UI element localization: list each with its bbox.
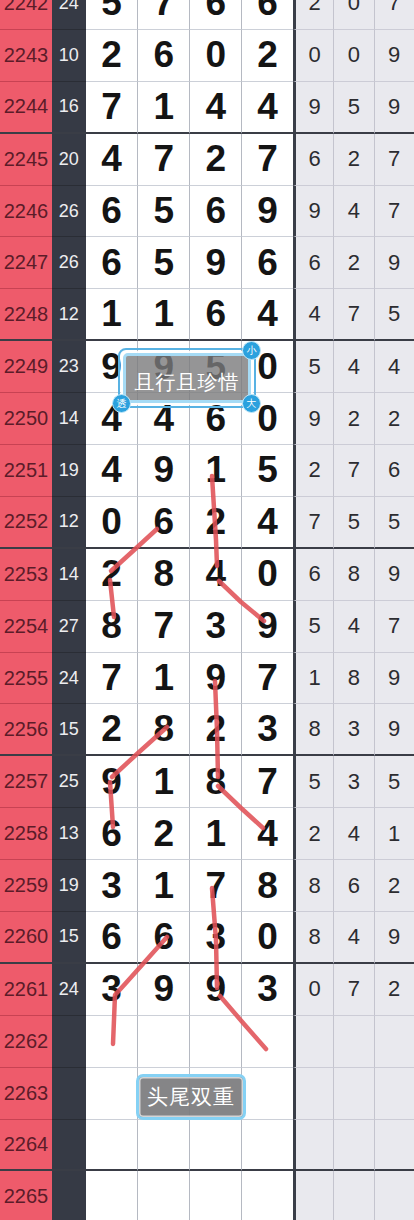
transparency-handle[interactable]: 透 (112, 394, 131, 413)
cell-2245-main-3[interactable]: 2 (189, 134, 241, 186)
cell-2254-sum: 27 (52, 601, 86, 653)
cell-2246-period: 2246 (0, 186, 52, 238)
cell-2242-sum: 24 (52, 0, 86, 30)
cell-2260-period: 2260 (0, 912, 52, 964)
cell-2252-main-1[interactable]: 0 (86, 497, 138, 549)
cell-2243-sum: 10 (52, 30, 86, 82)
cell-2251-right-2[interactable]: 7 (333, 445, 373, 497)
row-2245: 2245204727627 (0, 134, 414, 186)
cell-2245-right-3[interactable]: 7 (374, 134, 414, 186)
cell-2262-sum (52, 1016, 86, 1068)
cell-2260-main-1[interactable]: 6 (86, 912, 138, 964)
cell-2250-period: 2250 (0, 393, 52, 445)
cell-2254-right-2[interactable]: 4 (333, 601, 373, 653)
cell-2256-main-1[interactable]: 2 (86, 704, 138, 756)
cell-2248-period: 2248 (0, 289, 52, 341)
cell-2248-main-1[interactable]: 1 (86, 289, 138, 341)
cell-2243-right-3[interactable]: 9 (374, 30, 414, 82)
cell-2246-right-3[interactable]: 7 (374, 186, 414, 238)
cell-2265-right-1[interactable] (293, 1171, 333, 1220)
cell-2265-sum (52, 1171, 86, 1220)
cell-2253-right-2[interactable]: 8 (333, 549, 373, 601)
cell-2258-main-3[interactable]: 1 (189, 808, 241, 860)
lottery-trend-chart: 2242245766207224310260200922441671449592… (0, 0, 414, 1220)
trend-line-7[interactable] (110, 782, 113, 827)
cell-2254-main-3[interactable]: 3 (189, 601, 241, 653)
cell-2244-main-3[interactable]: 4 (189, 82, 241, 134)
cell-2252-period: 2252 (0, 497, 52, 549)
cell-2261-right-2[interactable]: 7 (333, 964, 373, 1016)
cell-2246-main-2[interactable]: 5 (137, 186, 189, 238)
cell-2243-main-1[interactable]: 2 (86, 30, 138, 82)
cell-2246-main-4[interactable]: 9 (241, 186, 293, 238)
cell-2242-period: 2242 (0, 0, 52, 30)
cell-2255-main-4[interactable]: 7 (241, 653, 293, 705)
cell-2254-period: 2254 (0, 601, 52, 653)
cell-2257-sum: 25 (52, 756, 86, 808)
cell-2243-main-3[interactable]: 0 (189, 30, 241, 82)
row-2254: 2254278739547 (0, 601, 414, 653)
cell-2243-period: 2243 (0, 30, 52, 82)
cell-2253-right-1[interactable]: 6 (293, 549, 333, 601)
cell-2257-main-4[interactable]: 7 (241, 756, 293, 808)
cell-2250-right-1[interactable]: 9 (293, 393, 333, 445)
cell-2253-period: 2253 (0, 549, 52, 601)
cell-2244-main-2[interactable]: 1 (137, 82, 189, 134)
row-2247: 2247266596629 (0, 237, 414, 289)
cell-2264-main-3[interactable] (189, 1120, 241, 1172)
cell-2252-right-1[interactable]: 7 (293, 497, 333, 549)
cell-2264-main-1[interactable] (86, 1120, 138, 1172)
cell-2261-main-2[interactable]: 9 (137, 964, 189, 1016)
cell-2263-main-4[interactable] (241, 1068, 293, 1120)
row-2264: 2264 (0, 1120, 414, 1172)
cell-2253-sum: 14 (52, 549, 86, 601)
cell-2244-main-1[interactable]: 7 (86, 82, 138, 134)
cell-2264-main-2[interactable] (137, 1120, 189, 1172)
cell-2259-right-3[interactable]: 2 (374, 860, 414, 912)
trend-line-5[interactable] (215, 681, 218, 777)
cell-2260-right-3[interactable]: 9 (374, 912, 414, 964)
cell-2247-main-2[interactable]: 5 (137, 237, 189, 289)
cell-2248-sum: 12 (52, 289, 86, 341)
cell-2247-right-2[interactable]: 2 (333, 237, 373, 289)
cell-2253-right-3[interactable]: 9 (374, 549, 414, 601)
cell-2248-main-2[interactable]: 1 (137, 289, 189, 341)
cell-2252-right-3[interactable]: 5 (374, 497, 414, 549)
cell-2257-right-1[interactable]: 5 (293, 756, 333, 808)
cell-2262-main-3[interactable] (189, 1016, 241, 1068)
cell-2246-main-3[interactable]: 6 (189, 186, 241, 238)
cell-2244-sum: 16 (52, 82, 86, 134)
cell-2242-right-3[interactable]: 7 (374, 0, 414, 30)
cell-2260-sum: 15 (52, 912, 86, 964)
cell-2249-right-3[interactable]: 4 (374, 341, 414, 393)
cell-2259-right-2[interactable]: 6 (333, 860, 373, 912)
cell-2255-main-1[interactable]: 7 (86, 653, 138, 705)
row-2256: 2256152823839 (0, 704, 414, 756)
cell-2254-right-3[interactable]: 7 (374, 601, 414, 653)
cell-2259-main-2[interactable]: 1 (137, 860, 189, 912)
cell-2259-period: 2259 (0, 860, 52, 912)
cell-2244-right-3[interactable]: 9 (374, 82, 414, 134)
cell-2247-sum: 26 (52, 237, 86, 289)
cell-2265-main-4[interactable] (241, 1171, 293, 1220)
cell-2255-period: 2255 (0, 653, 52, 705)
cell-2261-main-1[interactable]: 3 (86, 964, 138, 1016)
cell-2264-right-1[interactable] (293, 1120, 333, 1172)
cell-2245-main-1[interactable]: 4 (86, 134, 138, 186)
cell-2255-main-2[interactable]: 1 (137, 653, 189, 705)
cell-2259-main-4[interactable]: 8 (241, 860, 293, 912)
annotation-label[interactable]: 头尾双重 (136, 1074, 246, 1120)
cell-2251-right-3[interactable]: 6 (374, 445, 414, 497)
cell-2247-main-4[interactable]: 6 (241, 237, 293, 289)
cell-2247-right-3[interactable]: 9 (374, 237, 414, 289)
cell-2246-right-1[interactable]: 9 (293, 186, 333, 238)
cell-2251-main-1[interactable]: 4 (86, 445, 138, 497)
cell-2243-right-1[interactable]: 0 (293, 30, 333, 82)
cell-2248-main-4[interactable]: 4 (241, 289, 293, 341)
cell-2250-sum: 14 (52, 393, 86, 445)
cell-2244-period: 2244 (0, 82, 52, 134)
cell-2255-right-2[interactable]: 8 (333, 653, 373, 705)
row-2243: 2243102602009 (0, 30, 414, 82)
cell-2263-sum (52, 1068, 86, 1120)
row-2251: 2251194915276 (0, 445, 414, 497)
cell-2257-right-3[interactable]: 5 (374, 756, 414, 808)
cell-2248-right-1[interactable]: 4 (293, 289, 333, 341)
row-2262: 2262 (0, 1016, 414, 1068)
cell-2262-right-2[interactable] (333, 1016, 373, 1068)
row-2255: 2255247197189 (0, 653, 414, 705)
cell-2245-sum: 20 (52, 134, 86, 186)
cell-2265-right-2[interactable] (333, 1171, 373, 1220)
cell-2258-right-3[interactable]: 1 (374, 808, 414, 860)
cell-2259-right-1[interactable]: 8 (293, 860, 333, 912)
cell-2263-right-1[interactable] (293, 1068, 333, 1120)
cell-2242-right-2[interactable]: 0 (333, 0, 373, 30)
cell-2262-right-3[interactable] (374, 1016, 414, 1068)
cell-2263-main-1[interactable] (86, 1068, 138, 1120)
cell-2242-main-3[interactable]: 6 (189, 0, 241, 30)
cell-2247-main-3[interactable]: 9 (189, 237, 241, 289)
cell-2242-main-2[interactable]: 7 (137, 0, 189, 30)
row-2257: 2257259187535 (0, 756, 414, 808)
cell-2254-main-2[interactable]: 7 (137, 601, 189, 653)
cell-2244-right-2[interactable]: 5 (333, 82, 373, 134)
cell-2257-period: 2257 (0, 756, 52, 808)
cell-2262-main-2[interactable] (137, 1016, 189, 1068)
row-2244: 2244167144959 (0, 82, 414, 134)
row-2261: 2261243993072 (0, 964, 414, 1016)
cell-2243-main-4[interactable]: 2 (241, 30, 293, 82)
cell-2251-period: 2251 (0, 445, 52, 497)
cell-2249-right-2[interactable]: 4 (333, 341, 373, 393)
cell-2258-sum: 13 (52, 808, 86, 860)
cell-2264-right-3[interactable] (374, 1120, 414, 1172)
row-2258: 2258136214241 (0, 808, 414, 860)
cell-2252-main-4[interactable]: 4 (241, 497, 293, 549)
cell-2254-right-1[interactable]: 5 (293, 601, 333, 653)
cell-2246-right-2[interactable]: 4 (333, 186, 373, 238)
cell-2256-sum: 15 (52, 704, 86, 756)
cell-2255-sum: 24 (52, 653, 86, 705)
cell-2244-right-1[interactable]: 9 (293, 82, 333, 134)
cell-2245-right-1[interactable]: 6 (293, 134, 333, 186)
cell-2258-right-2[interactable]: 4 (333, 808, 373, 860)
cell-2261-right-3[interactable]: 2 (374, 964, 414, 1016)
cell-2242-right-1[interactable]: 2 (293, 0, 333, 30)
cell-2249-right-1[interactable]: 5 (293, 341, 333, 393)
cell-2250-right-3[interactable]: 2 (374, 393, 414, 445)
cell-2265-main-3[interactable] (189, 1171, 241, 1220)
cell-2265-right-3[interactable] (374, 1171, 414, 1220)
cell-2249-sum: 23 (52, 341, 86, 393)
cell-2264-sum (52, 1120, 86, 1172)
row-2248: 2248121164475 (0, 289, 414, 341)
resize-small-handle[interactable]: 小 (242, 341, 261, 360)
cell-2249-period: 2249 (0, 341, 52, 393)
row-2246: 2246266569947 (0, 186, 414, 238)
cell-2259-sum: 19 (52, 860, 86, 912)
resize-large-handle[interactable]: 大 (242, 394, 261, 413)
cell-2242-main-4[interactable]: 6 (241, 0, 293, 30)
cell-2243-main-2[interactable]: 6 (137, 30, 189, 82)
cell-2255-right-3[interactable]: 9 (374, 653, 414, 705)
cell-2244-main-4[interactable]: 4 (241, 82, 293, 134)
cell-2265-main-2[interactable] (137, 1171, 189, 1220)
cell-2260-right-2[interactable]: 4 (333, 912, 373, 964)
annotation-banner-selected[interactable]: 且行且珍惜 (118, 348, 256, 408)
cell-2263-right-2[interactable] (333, 1068, 373, 1120)
cell-2256-period: 2256 (0, 704, 52, 756)
cell-2245-right-2[interactable]: 2 (333, 134, 373, 186)
cell-2258-main-2[interactable]: 2 (137, 808, 189, 860)
cell-2257-main-2[interactable]: 1 (137, 756, 189, 808)
cell-2252-right-2[interactable]: 5 (333, 497, 373, 549)
cell-2260-main-4[interactable]: 0 (241, 912, 293, 964)
cell-2245-main-2[interactable]: 7 (137, 134, 189, 186)
cell-2242-main-1[interactable]: 5 (86, 0, 138, 30)
cell-2246-main-1[interactable]: 6 (86, 186, 138, 238)
cell-2261-main-4[interactable]: 3 (241, 964, 293, 1016)
cell-2261-sum: 24 (52, 964, 86, 1016)
cell-2256-right-2[interactable]: 3 (333, 704, 373, 756)
cell-2256-right-1[interactable]: 8 (293, 704, 333, 756)
cell-2247-right-1[interactable]: 6 (293, 237, 333, 289)
cell-2264-right-2[interactable] (333, 1120, 373, 1172)
cell-2264-period: 2264 (0, 1120, 52, 1172)
row-2260: 2260156630849 (0, 912, 414, 964)
cell-2264-main-4[interactable] (241, 1120, 293, 1172)
cell-2256-right-3[interactable]: 9 (374, 704, 414, 756)
cell-2261-period: 2261 (0, 964, 52, 1016)
cell-2262-right-1[interactable] (293, 1016, 333, 1068)
cell-2243-right-2[interactable]: 0 (333, 30, 373, 82)
cell-2245-period: 2245 (0, 134, 52, 186)
cell-2253-main-2[interactable]: 8 (137, 549, 189, 601)
cell-2253-main-4[interactable]: 0 (241, 549, 293, 601)
annotation-banner-text: 且行且珍惜 (123, 353, 251, 403)
cell-2250-right-2[interactable]: 2 (333, 393, 373, 445)
row-2253: 2253142840689 (0, 549, 414, 601)
cell-2252-sum: 12 (52, 497, 86, 549)
cell-2246-sum: 26 (52, 186, 86, 238)
cell-2263-right-3[interactable] (374, 1068, 414, 1120)
cell-2248-right-3[interactable]: 5 (374, 289, 414, 341)
annotation-banner-frame: 且行且珍惜 (121, 351, 253, 405)
cell-2255-right-1[interactable]: 1 (293, 653, 333, 705)
cell-2258-right-1[interactable]: 2 (293, 808, 333, 860)
cell-2259-main-1[interactable]: 3 (86, 860, 138, 912)
cell-2258-period: 2258 (0, 808, 52, 860)
row-2259: 2259193178862 (0, 860, 414, 912)
cell-2247-period: 2247 (0, 237, 52, 289)
cell-2245-main-4[interactable]: 7 (241, 134, 293, 186)
cell-2247-main-1[interactable]: 6 (86, 237, 138, 289)
cell-2256-main-4[interactable]: 3 (241, 704, 293, 756)
row-2242: 2242245766207 (0, 0, 414, 30)
cell-2263-period: 2263 (0, 1068, 52, 1120)
cell-2261-right-1[interactable]: 0 (293, 964, 333, 1016)
cell-2251-right-1[interactable]: 2 (293, 445, 333, 497)
cell-2251-main-4[interactable]: 5 (241, 445, 293, 497)
cell-2262-main-4[interactable] (241, 1016, 293, 1068)
cell-2251-main-3[interactable]: 1 (189, 445, 241, 497)
cell-2251-main-2[interactable]: 9 (137, 445, 189, 497)
cell-2251-sum: 19 (52, 445, 86, 497)
cell-2248-main-3[interactable]: 6 (189, 289, 241, 341)
cell-2262-period: 2262 (0, 1016, 52, 1068)
cell-2257-right-2[interactable]: 3 (333, 756, 373, 808)
cell-2265-period: 2265 (0, 1171, 52, 1220)
row-2265: 2265 (0, 1171, 414, 1220)
cell-2265-main-1[interactable] (86, 1171, 138, 1220)
row-2252: 2252120624755 (0, 497, 414, 549)
cell-2260-right-1[interactable]: 8 (293, 912, 333, 964)
rows: 2242245766207224310260200922441671449592… (0, 0, 414, 1220)
cell-2248-right-2[interactable]: 7 (333, 289, 373, 341)
